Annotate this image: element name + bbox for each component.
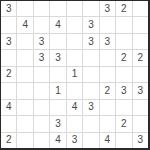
empty-cell-r2c8[interactable] — [116, 17, 131, 32]
empty-cell-r7c8[interactable] — [116, 100, 131, 115]
clue-cell-r5c5: 1 — [67, 67, 82, 82]
empty-cell-r6c5[interactable] — [67, 83, 82, 98]
empty-cell-r8c1[interactable] — [1, 116, 16, 131]
clue-cell-r9c9: 3 — [133, 133, 148, 148]
clue-cell-r6c4: 1 — [50, 83, 65, 98]
empty-cell-r5c7[interactable] — [100, 67, 115, 82]
empty-cell-r6c6[interactable] — [83, 83, 98, 98]
clue-cell-r1c1: 3 — [1, 1, 16, 16]
empty-cell-r3c5[interactable] — [67, 34, 82, 49]
empty-cell-r4c2[interactable] — [17, 50, 32, 65]
empty-cell-r1c9[interactable] — [133, 1, 148, 16]
clue-cell-r6c8: 3 — [116, 83, 131, 98]
empty-cell-r8c3[interactable] — [34, 116, 49, 131]
empty-cell-r8c5[interactable] — [67, 116, 82, 131]
empty-cell-r3c9[interactable] — [133, 34, 148, 49]
empty-cell-r1c3[interactable] — [34, 1, 49, 16]
empty-cell-r9c8[interactable] — [116, 133, 131, 148]
empty-cell-r8c2[interactable] — [17, 116, 32, 131]
empty-cell-r7c7[interactable] — [100, 100, 115, 115]
empty-cell-r5c6[interactable] — [83, 67, 98, 82]
empty-cell-r3c8[interactable] — [116, 34, 131, 49]
empty-cell-r2c7[interactable] — [100, 17, 115, 32]
empty-cell-r8c7[interactable] — [100, 116, 115, 131]
clue-cell-r6c7: 2 — [100, 83, 115, 98]
empty-cell-r1c6[interactable] — [83, 1, 98, 16]
clue-cell-r9c1: 2 — [1, 133, 16, 148]
clue-cell-r2c4: 4 — [50, 17, 65, 32]
empty-cell-r4c5[interactable] — [67, 50, 82, 65]
empty-cell-r6c1[interactable] — [1, 83, 16, 98]
clue-cell-r3c3: 3 — [34, 34, 49, 49]
clue-cell-r4c9: 2 — [133, 50, 148, 65]
clue-cell-r1c8: 2 — [116, 1, 131, 16]
empty-cell-r2c3[interactable] — [34, 17, 49, 32]
empty-cell-r3c2[interactable] — [17, 34, 32, 49]
empty-cell-r5c3[interactable] — [34, 67, 49, 82]
empty-cell-r5c9[interactable] — [133, 67, 148, 82]
clue-cell-r9c5: 3 — [67, 133, 82, 148]
clue-cell-r9c4: 4 — [50, 133, 65, 148]
clue-cell-r3c6: 3 — [83, 34, 98, 49]
empty-cell-r3c4[interactable] — [50, 34, 65, 49]
clue-cell-r8c4: 3 — [50, 116, 65, 131]
clue-cell-r9c7: 4 — [100, 133, 115, 148]
clue-cell-r2c6: 3 — [83, 17, 98, 32]
empty-cell-r5c8[interactable] — [116, 67, 131, 82]
empty-cell-r6c2[interactable] — [17, 83, 32, 98]
clue-cell-r4c8: 2 — [116, 50, 131, 65]
empty-cell-r7c4[interactable] — [50, 100, 65, 115]
clue-cell-r5c1: 2 — [1, 67, 16, 82]
empty-cell-r1c5[interactable] — [67, 1, 82, 16]
clue-cell-r4c3: 3 — [34, 50, 49, 65]
empty-cell-r2c5[interactable] — [67, 17, 82, 32]
empty-cell-r7c2[interactable] — [17, 100, 32, 115]
empty-cell-r7c9[interactable] — [133, 100, 148, 115]
empty-cell-r4c1[interactable] — [1, 50, 16, 65]
empty-cell-r4c6[interactable] — [83, 50, 98, 65]
clue-cell-r3c7: 3 — [100, 34, 115, 49]
empty-cell-r1c4[interactable] — [50, 1, 65, 16]
clue-cell-r8c8: 2 — [116, 116, 131, 131]
empty-cell-r6c3[interactable] — [34, 83, 49, 98]
clue-cell-r2c2: 4 — [17, 17, 32, 32]
clue-cell-r3c1: 3 — [1, 34, 16, 49]
empty-cell-r9c3[interactable] — [34, 133, 49, 148]
clue-cell-r7c1: 4 — [1, 100, 16, 115]
empty-cell-r9c6[interactable] — [83, 133, 98, 148]
empty-cell-r2c1[interactable] — [1, 17, 16, 32]
clue-cell-r4c4: 3 — [50, 50, 65, 65]
empty-cell-r2c9[interactable] — [133, 17, 148, 32]
empty-cell-r1c2[interactable] — [17, 1, 32, 16]
minesweeper-board: 332443333333222112334433224343 — [0, 0, 150, 150]
empty-cell-r4c7[interactable] — [100, 50, 115, 65]
clue-cell-r6c9: 3 — [133, 83, 148, 98]
empty-cell-r8c6[interactable] — [83, 116, 98, 131]
empty-cell-r7c3[interactable] — [34, 100, 49, 115]
clue-cell-r7c5: 4 — [67, 100, 82, 115]
empty-cell-r9c2[interactable] — [17, 133, 32, 148]
empty-cell-r8c9[interactable] — [133, 116, 148, 131]
empty-cell-r5c4[interactable] — [50, 67, 65, 82]
clue-cell-r1c7: 3 — [100, 1, 115, 16]
empty-cell-r5c2[interactable] — [17, 67, 32, 82]
clue-cell-r7c6: 3 — [83, 100, 98, 115]
